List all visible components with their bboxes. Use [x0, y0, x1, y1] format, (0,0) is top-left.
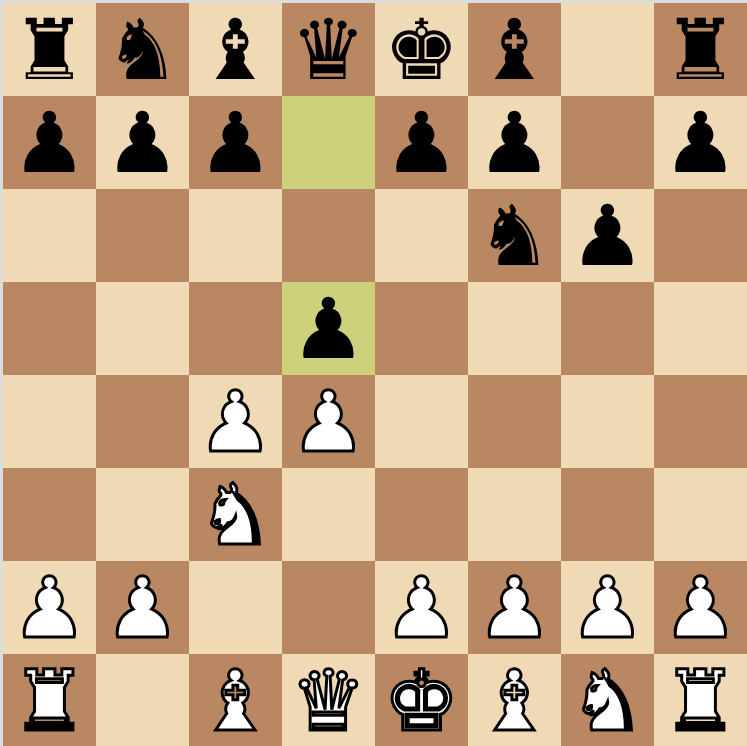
square-a5[interactable] — [3, 282, 96, 375]
black-pawn[interactable]: ♟ — [663, 101, 738, 185]
square-d3[interactable] — [282, 468, 375, 561]
square-g4[interactable] — [561, 375, 654, 468]
square-a1[interactable]: ♜ — [3, 654, 96, 746]
square-e2[interactable]: ♟ — [375, 561, 468, 654]
black-bishop[interactable]: ♝ — [477, 8, 552, 92]
white-rook[interactable]: ♜ — [12, 659, 87, 743]
white-pawn[interactable]: ♟ — [663, 566, 738, 650]
square-g2[interactable]: ♟ — [561, 561, 654, 654]
square-c3[interactable]: ♞ — [189, 468, 282, 561]
square-a8[interactable]: ♜ — [3, 3, 96, 96]
square-c4[interactable]: ♟ — [189, 375, 282, 468]
square-h1[interactable]: ♜ — [654, 654, 747, 746]
white-queen[interactable]: ♛ — [291, 659, 366, 743]
square-h5[interactable] — [654, 282, 747, 375]
black-bishop[interactable]: ♝ — [198, 8, 273, 92]
square-g3[interactable] — [561, 468, 654, 561]
square-f8[interactable]: ♝ — [468, 3, 561, 96]
square-b1[interactable] — [96, 654, 189, 746]
square-b4[interactable] — [96, 375, 189, 468]
black-pawn[interactable]: ♟ — [105, 101, 180, 185]
white-pawn[interactable]: ♟ — [12, 566, 87, 650]
square-g6[interactable]: ♟ — [561, 189, 654, 282]
square-b3[interactable] — [96, 468, 189, 561]
white-pawn[interactable]: ♟ — [570, 566, 645, 650]
square-e4[interactable] — [375, 375, 468, 468]
square-c8[interactable]: ♝ — [189, 3, 282, 96]
square-e7[interactable]: ♟ — [375, 96, 468, 189]
black-pawn[interactable]: ♟ — [570, 194, 645, 278]
square-h8[interactable]: ♜ — [654, 3, 747, 96]
square-h7[interactable]: ♟ — [654, 96, 747, 189]
square-c7[interactable]: ♟ — [189, 96, 282, 189]
white-bishop[interactable]: ♝ — [198, 659, 273, 743]
square-e6[interactable] — [375, 189, 468, 282]
white-king[interactable]: ♚ — [384, 659, 459, 743]
square-g5[interactable] — [561, 282, 654, 375]
black-rook[interactable]: ♜ — [663, 8, 738, 92]
square-b6[interactable] — [96, 189, 189, 282]
square-d8[interactable]: ♛ — [282, 3, 375, 96]
square-f7[interactable]: ♟ — [468, 96, 561, 189]
white-pawn[interactable]: ♟ — [291, 380, 366, 464]
square-g8[interactable] — [561, 3, 654, 96]
square-e1[interactable]: ♚ — [375, 654, 468, 746]
white-pawn[interactable]: ♟ — [477, 566, 552, 650]
black-knight[interactable]: ♞ — [477, 194, 552, 278]
square-g7[interactable] — [561, 96, 654, 189]
square-g1[interactable]: ♞ — [561, 654, 654, 746]
square-a2[interactable]: ♟ — [3, 561, 96, 654]
black-knight[interactable]: ♞ — [105, 8, 180, 92]
square-h6[interactable] — [654, 189, 747, 282]
square-c6[interactable] — [189, 189, 282, 282]
square-a7[interactable]: ♟ — [3, 96, 96, 189]
square-d4[interactable]: ♟ — [282, 375, 375, 468]
square-d7[interactable] — [282, 96, 375, 189]
square-b7[interactable]: ♟ — [96, 96, 189, 189]
square-a4[interactable] — [3, 375, 96, 468]
white-pawn[interactable]: ♟ — [105, 566, 180, 650]
square-h4[interactable] — [654, 375, 747, 468]
square-f1[interactable]: ♝ — [468, 654, 561, 746]
white-bishop[interactable]: ♝ — [477, 659, 552, 743]
square-e3[interactable] — [375, 468, 468, 561]
square-e8[interactable]: ♚ — [375, 3, 468, 96]
square-a6[interactable] — [3, 189, 96, 282]
square-c1[interactable]: ♝ — [189, 654, 282, 746]
square-d6[interactable] — [282, 189, 375, 282]
black-pawn[interactable]: ♟ — [477, 101, 552, 185]
black-pawn[interactable]: ♟ — [291, 287, 366, 371]
white-pawn[interactable]: ♟ — [198, 380, 273, 464]
square-c5[interactable] — [189, 282, 282, 375]
square-f5[interactable] — [468, 282, 561, 375]
square-d5[interactable]: ♟ — [282, 282, 375, 375]
black-queen[interactable]: ♛ — [291, 8, 366, 92]
square-f3[interactable] — [468, 468, 561, 561]
square-b2[interactable]: ♟ — [96, 561, 189, 654]
white-knight[interactable]: ♞ — [198, 473, 273, 557]
white-knight[interactable]: ♞ — [570, 659, 645, 743]
black-rook[interactable]: ♜ — [12, 8, 87, 92]
white-rook[interactable]: ♜ — [663, 659, 738, 743]
chess-board: ♜♞♝♛♚♝♜♟♟♟♟♟♟♞♟♟♟♟♞♟♟♟♟♟♟♜♝♛♚♝♞♜ — [3, 3, 747, 746]
square-b8[interactable]: ♞ — [96, 3, 189, 96]
square-c2[interactable] — [189, 561, 282, 654]
square-d2[interactable] — [282, 561, 375, 654]
black-pawn[interactable]: ♟ — [384, 101, 459, 185]
square-h2[interactable]: ♟ — [654, 561, 747, 654]
square-e5[interactable] — [375, 282, 468, 375]
black-pawn[interactable]: ♟ — [12, 101, 87, 185]
square-a3[interactable] — [3, 468, 96, 561]
square-f4[interactable] — [468, 375, 561, 468]
black-pawn[interactable]: ♟ — [198, 101, 273, 185]
square-f6[interactable]: ♞ — [468, 189, 561, 282]
white-pawn[interactable]: ♟ — [384, 566, 459, 650]
square-f2[interactable]: ♟ — [468, 561, 561, 654]
black-king[interactable]: ♚ — [384, 8, 459, 92]
square-b5[interactable] — [96, 282, 189, 375]
square-d1[interactable]: ♛ — [282, 654, 375, 746]
page-background: ♜♞♝♛♚♝♜♟♟♟♟♟♟♞♟♟♟♟♞♟♟♟♟♟♟♜♝♛♚♝♞♜ — [0, 0, 747, 746]
square-h3[interactable] — [654, 468, 747, 561]
